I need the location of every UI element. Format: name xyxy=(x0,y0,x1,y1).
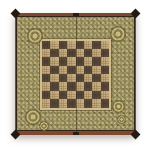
square-e6[interactable] xyxy=(76,57,84,65)
square-d6[interactable] xyxy=(67,57,75,65)
square-d1[interactable] xyxy=(67,99,75,107)
square-f4[interactable] xyxy=(84,74,92,82)
square-f8[interactable] xyxy=(84,41,92,49)
square-h7[interactable] xyxy=(101,49,109,57)
square-e7[interactable] xyxy=(76,49,84,57)
border-medallion-4 xyxy=(112,100,125,113)
square-c2[interactable] xyxy=(59,91,67,99)
square-a1[interactable] xyxy=(42,99,50,107)
square-h3[interactable] xyxy=(101,82,109,90)
border-medallion-2 xyxy=(110,26,126,42)
square-a6[interactable] xyxy=(42,57,50,65)
square-c6[interactable] xyxy=(59,57,67,65)
square-a8[interactable] xyxy=(42,41,50,49)
square-g5[interactable] xyxy=(92,66,100,74)
square-h4[interactable] xyxy=(101,74,109,82)
chess-board xyxy=(15,13,136,135)
square-h6[interactable] xyxy=(101,57,109,65)
square-b6[interactable] xyxy=(50,57,58,65)
square-e3[interactable] xyxy=(76,82,84,90)
fold-seam xyxy=(76,13,77,135)
square-g1[interactable] xyxy=(92,99,100,107)
square-h2[interactable] xyxy=(101,91,109,99)
square-e8[interactable] xyxy=(76,41,84,49)
square-g7[interactable] xyxy=(92,49,100,57)
square-b2[interactable] xyxy=(50,91,58,99)
square-a7[interactable] xyxy=(42,49,50,57)
square-e5[interactable] xyxy=(76,66,84,74)
square-d4[interactable] xyxy=(67,74,75,82)
square-d3[interactable] xyxy=(67,82,75,90)
square-g6[interactable] xyxy=(92,57,100,65)
square-a5[interactable] xyxy=(42,66,50,74)
clasp-bottom xyxy=(73,132,79,135)
square-e2[interactable] xyxy=(76,91,84,99)
square-g2[interactable] xyxy=(92,91,100,99)
border-medallion-1 xyxy=(27,28,43,44)
square-h8[interactable] xyxy=(101,41,109,49)
square-b4[interactable] xyxy=(50,74,58,82)
hinge-top xyxy=(73,13,79,16)
corner-cap-bottom-right xyxy=(131,130,141,140)
square-b5[interactable] xyxy=(50,66,58,74)
square-d8[interactable] xyxy=(67,41,75,49)
square-b1[interactable] xyxy=(50,99,58,107)
border-medallion-3 xyxy=(25,109,41,125)
square-a4[interactable] xyxy=(42,74,50,82)
square-h5[interactable] xyxy=(101,66,109,74)
square-c4[interactable] xyxy=(59,74,67,82)
square-g8[interactable] xyxy=(92,41,100,49)
border-medallion-6 xyxy=(117,115,126,124)
square-b3[interactable] xyxy=(50,82,58,90)
square-a2[interactable] xyxy=(42,91,50,99)
square-f2[interactable] xyxy=(84,91,92,99)
square-a3[interactable] xyxy=(42,82,50,90)
square-e1[interactable] xyxy=(76,99,84,107)
square-f6[interactable] xyxy=(84,57,92,65)
square-g3[interactable] xyxy=(92,82,100,90)
square-e4[interactable] xyxy=(76,74,84,82)
square-d2[interactable] xyxy=(67,91,75,99)
square-f5[interactable] xyxy=(84,66,92,74)
square-b8[interactable] xyxy=(50,41,58,49)
square-c8[interactable] xyxy=(59,41,67,49)
square-f3[interactable] xyxy=(84,82,92,90)
square-c3[interactable] xyxy=(59,82,67,90)
square-c1[interactable] xyxy=(59,99,67,107)
square-g4[interactable] xyxy=(92,74,100,82)
square-b7[interactable] xyxy=(50,49,58,57)
square-c7[interactable] xyxy=(59,49,67,57)
square-h1[interactable] xyxy=(101,99,109,107)
border-medallion-5 xyxy=(39,121,49,131)
square-f1[interactable] xyxy=(84,99,92,107)
corner-cap-bottom-left xyxy=(11,130,21,140)
square-d7[interactable] xyxy=(67,49,75,57)
square-d5[interactable] xyxy=(67,66,75,74)
square-f7[interactable] xyxy=(84,49,92,57)
photo-canvas xyxy=(0,0,150,150)
square-c5[interactable] xyxy=(59,66,67,74)
